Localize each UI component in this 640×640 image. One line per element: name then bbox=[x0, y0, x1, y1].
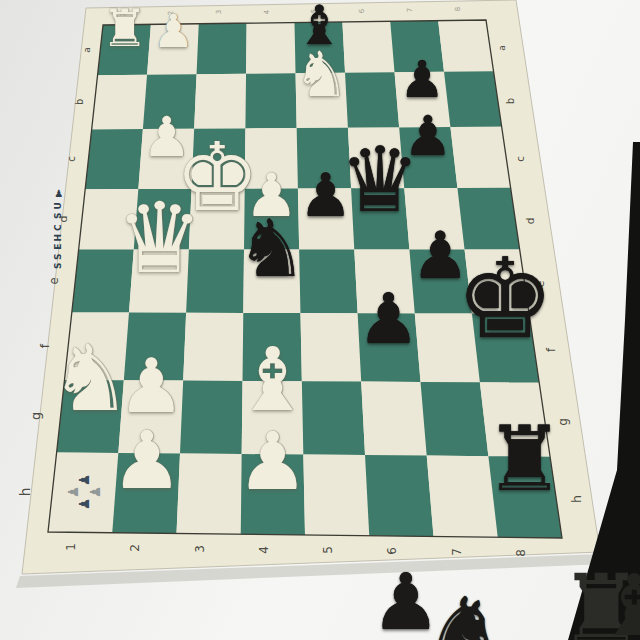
square-g7[interactable] bbox=[421, 382, 489, 456]
photo-scene: aabbccddeeffgghh1122334455667788 ♟ USCHE… bbox=[0, 0, 640, 640]
piece-white-pawn-a2[interactable]: ♟ bbox=[153, 8, 194, 54]
piece-white-pawn-h4[interactable]: ♟ bbox=[237, 422, 309, 502]
square-b8[interactable] bbox=[444, 71, 502, 127]
piece-white-rook-a1[interactable]: ♜ bbox=[102, 3, 148, 55]
piece-white-queen-e2[interactable]: ♛ bbox=[116, 190, 203, 288]
piece-black-queen-d6[interactable]: ♛ bbox=[339, 135, 420, 225]
piece-white-pawn-h2[interactable]: ♟ bbox=[111, 421, 183, 501]
piece-white-bishop-g4[interactable]: ♝ bbox=[233, 337, 312, 425]
photo-dark-edge bbox=[568, 142, 640, 640]
square-b4[interactable] bbox=[245, 73, 296, 128]
square-h1[interactable] bbox=[48, 452, 118, 532]
piece-white-knight-b5[interactable]: ♞ bbox=[293, 44, 349, 106]
piece-black-pawn-f6[interactable]: ♟ bbox=[357, 284, 420, 354]
piece-black-pawn-b7[interactable]: ♟ bbox=[399, 54, 445, 105]
square-a3[interactable] bbox=[197, 23, 247, 74]
piece-black-king-f8[interactable]: ♚ bbox=[455, 244, 554, 355]
square-b6[interactable] bbox=[345, 72, 399, 127]
square-g6[interactable] bbox=[361, 382, 427, 456]
square-h6[interactable] bbox=[365, 455, 433, 536]
square-c8[interactable] bbox=[450, 127, 510, 188]
square-a8[interactable] bbox=[438, 20, 493, 72]
piece-black-rook-h8[interactable]: ♜ bbox=[484, 415, 564, 505]
square-b1[interactable] bbox=[92, 75, 147, 130]
square-a6[interactable] bbox=[342, 21, 394, 72]
square-h5[interactable] bbox=[303, 455, 369, 536]
square-h3[interactable] bbox=[177, 453, 242, 534]
piece-black-knight-e4[interactable]: ♞ bbox=[236, 208, 307, 287]
piece-white-pawn-g2[interactable]: ♟ bbox=[118, 349, 185, 424]
square-b3[interactable] bbox=[194, 74, 246, 129]
square-a4[interactable] bbox=[246, 23, 295, 74]
square-e5[interactable] bbox=[299, 250, 357, 314]
